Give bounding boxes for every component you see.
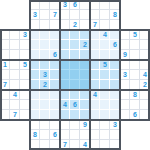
cell-r6c10[interactable] [90,50,100,60]
cell-r14c10[interactable] [90,130,100,140]
outside-area [10,120,20,130]
cell-r9c2[interactable] [10,80,20,90]
cell-r6c4[interactable] [30,50,40,60]
cell-r7c9[interactable] [80,60,90,70]
cell-r9c7[interactable] [60,80,70,90]
cell-r9c4[interactable] [30,80,40,90]
cell-r15c6[interactable] [50,140,60,150]
cell-r14c11[interactable] [100,130,110,140]
cell-r13c11[interactable] [100,120,110,130]
cell-r3c9[interactable] [80,20,90,30]
cell-r7c7[interactable] [60,60,70,70]
given-r3c10: 7 [90,20,100,30]
cell-r10c13[interactable] [120,90,130,100]
cell-r6c14[interactable] [130,50,140,60]
cell-r12c12[interactable] [110,110,120,120]
given-r12c14: 6 [130,110,140,120]
cell-r3c12[interactable] [110,20,120,30]
cell-r11c1[interactable] [0,100,10,110]
cell-r10c3[interactable] [20,90,30,100]
cell-r4c2[interactable] [10,30,20,40]
cell-r6c12[interactable] [110,50,120,60]
given-r5c9: 2 [80,40,90,50]
cell-r14c8[interactable] [70,130,80,140]
cell-r8c1[interactable] [0,70,10,80]
cell-r11c14[interactable] [130,100,140,110]
cell-r8c12[interactable] [110,70,120,80]
cell-r5c14[interactable] [130,40,140,50]
cell-r13c5[interactable] [40,120,50,130]
cell-r2c11[interactable] [100,10,110,20]
outside-area [0,10,10,20]
outside-area [0,130,10,140]
cell-r9c9[interactable] [80,80,90,90]
outside-area [140,20,150,30]
given-r15c9: 4 [80,140,90,150]
given-r6c13: 9 [120,50,130,60]
cell-r6c2[interactable] [10,50,20,60]
cell-r9c11[interactable] [100,80,110,90]
cell-r4c4[interactable] [30,30,40,40]
outside-area [130,20,140,30]
given-r7c3: 5 [20,60,30,70]
given-r14c4: 8 [30,130,40,140]
cell-r14c7[interactable] [60,130,70,140]
cell-r8c10[interactable] [90,70,100,80]
given-r9c15: 2 [140,80,150,90]
outside-area [10,0,20,10]
outside-area [20,20,30,30]
cell-r5c4[interactable] [30,40,40,50]
outside-area [120,140,130,150]
cell-r7c6[interactable] [50,60,60,70]
cell-r4c6[interactable] [50,30,60,40]
cell-r5c3[interactable] [20,40,30,50]
cell-r15c8[interactable] [70,140,80,150]
given-r4c3: 3 [20,30,30,40]
cell-r5c1[interactable] [0,40,10,50]
cell-r11c13[interactable] [120,100,130,110]
cell-r8c6[interactable] [50,70,60,80]
cell-r1c9[interactable] [80,0,90,10]
outside-area [140,120,150,130]
given-r4c14: 5 [130,30,140,40]
cell-r10c15[interactable] [140,90,150,100]
outside-area [10,140,20,150]
cell-r3c11[interactable] [100,20,110,30]
sudoku-board: 363782734526691553347224484676938674 [0,0,150,150]
given-r2c6: 7 [50,10,60,20]
cell-r3c6[interactable] [50,20,60,30]
cell-r4c15[interactable] [140,30,150,40]
cell-r12c6[interactable] [50,110,60,120]
cell-r11c10[interactable] [90,100,100,110]
cell-r2c10[interactable] [90,10,100,20]
given-r12c2: 7 [10,110,20,120]
cell-r9c10[interactable] [90,80,100,90]
cell-r8c3[interactable] [20,70,30,80]
cell-r15c12[interactable] [110,140,120,150]
cell-r2c8[interactable] [70,10,80,20]
cell-r1c6[interactable] [50,0,60,10]
outside-area [120,10,130,20]
cell-r6c1[interactable] [0,50,10,60]
given-r9c5: 2 [40,80,50,90]
cell-r12c4[interactable] [30,110,40,120]
given-r7c1: 1 [0,60,10,70]
cell-r2c5[interactable] [40,10,50,20]
outside-area [140,140,150,150]
cell-r9c12[interactable] [110,80,120,90]
cell-r10c12[interactable] [110,90,120,100]
cell-r10c9[interactable] [80,90,90,100]
given-r1c8: 6 [70,0,80,10]
given-r2c12: 8 [110,10,120,20]
cell-r12c8[interactable] [70,110,80,120]
outside-area [120,0,130,10]
cell-r5c13[interactable] [120,40,130,50]
cell-r9c8[interactable] [70,80,80,90]
given-r10c2: 4 [10,90,20,100]
outside-area [130,10,140,20]
given-r10c14: 8 [130,90,140,100]
cell-r6c3[interactable] [20,50,30,60]
cell-r4c10[interactable] [90,30,100,40]
given-r11c7: 4 [60,100,70,110]
outside-area [140,130,150,140]
cell-r6c9[interactable] [80,50,90,60]
cell-r14c5[interactable] [40,130,50,140]
cell-r5c5[interactable] [40,40,50,50]
given-r7c11: 5 [100,60,110,70]
outside-area [0,20,10,30]
cell-r11c11[interactable] [100,100,110,110]
given-r2c4: 3 [30,10,40,20]
cell-r5c11[interactable] [100,40,110,50]
given-r13c12: 3 [110,120,120,130]
cell-r10c4[interactable] [30,90,40,100]
cell-r13c4[interactable] [30,120,40,130]
cell-r12c1[interactable] [0,110,10,120]
given-r9c1: 7 [0,80,10,90]
cell-r6c11[interactable] [100,50,110,60]
cell-r1c10[interactable] [90,0,100,10]
cell-r4c8[interactable] [70,30,80,40]
cell-r12c15[interactable] [140,110,150,120]
cell-r5c10[interactable] [90,40,100,50]
given-r10c10: 4 [90,90,100,100]
outside-area [140,10,150,20]
cell-r9c6[interactable] [50,80,60,90]
cell-r4c7[interactable] [60,30,70,40]
given-r4c11: 4 [100,30,110,40]
outside-area [10,20,20,30]
cell-r11c15[interactable] [140,100,150,110]
cell-r6c15[interactable] [140,50,150,60]
cell-r12c3[interactable] [20,110,30,120]
cell-r4c13[interactable] [120,30,130,40]
given-r8c5: 3 [40,70,50,80]
cell-r4c1[interactable] [0,30,10,40]
cell-r5c6[interactable] [50,40,60,50]
cell-r11c12[interactable] [110,100,120,110]
cell-r2c9[interactable] [80,10,90,20]
cell-r8c8[interactable] [70,70,80,80]
cell-r10c1[interactable] [0,90,10,100]
cell-r6c8[interactable] [70,50,80,60]
cell-r11c5[interactable] [40,100,50,110]
given-r14c6: 6 [50,130,60,140]
cell-r8c11[interactable] [100,70,110,80]
cell-r3c4[interactable] [30,20,40,30]
given-r6c6: 6 [50,50,60,60]
cell-r15c10[interactable] [90,140,100,150]
cell-r5c7[interactable] [60,40,70,50]
cell-r8c7[interactable] [60,70,70,80]
cell-r10c5[interactable] [40,90,50,100]
cell-r1c11[interactable] [100,0,110,10]
outside-area [0,120,10,130]
outside-area [130,0,140,10]
outside-area [140,0,150,10]
cell-r10c7[interactable] [60,90,70,100]
cell-r8c9[interactable] [80,70,90,80]
cell-r4c5[interactable] [40,30,50,40]
cell-r5c15[interactable] [140,40,150,50]
cell-r11c6[interactable] [50,100,60,110]
cell-r7c14[interactable] [130,60,140,70]
given-r1c7: 3 [60,0,70,10]
cell-r14c12[interactable] [110,130,120,140]
outside-area [130,130,140,140]
cell-r6c7[interactable] [60,50,70,60]
given-r3c8: 2 [70,20,80,30]
outside-area [20,0,30,10]
outside-area [130,140,140,150]
cell-r7c5[interactable] [40,60,50,70]
cell-r12c9[interactable] [80,110,90,120]
outside-area [0,140,10,150]
given-r13c9: 9 [80,120,90,130]
cell-r5c2[interactable] [10,40,20,50]
cell-r9c14[interactable] [130,80,140,90]
cell-r14c9[interactable] [80,130,90,140]
cell-r15c4[interactable] [30,140,40,150]
cell-r11c9[interactable] [80,100,90,110]
cell-r3c5[interactable] [40,20,50,30]
cell-r10c8[interactable] [70,90,80,100]
cell-r12c10[interactable] [90,110,100,120]
cell-r7c12[interactable] [110,60,120,70]
cell-r13c10[interactable] [90,120,100,130]
cell-r11c2[interactable] [10,100,20,110]
outside-area [10,130,20,140]
cell-r4c9[interactable] [80,30,90,40]
cell-r8c4[interactable] [30,70,40,80]
cell-r7c8[interactable] [70,60,80,70]
cell-r4c12[interactable] [110,30,120,40]
cell-r1c12[interactable] [110,0,120,10]
cell-r9c13[interactable] [120,80,130,90]
cell-r13c8[interactable] [70,120,80,130]
cell-r10c11[interactable] [100,90,110,100]
cell-r11c4[interactable] [30,100,40,110]
puzzle-page: 363782734526691553347224484676938674 [0,0,150,150]
cell-r10c6[interactable] [50,90,60,100]
outside-area [0,0,10,10]
outside-area [120,130,130,140]
given-r5c12: 6 [110,40,120,50]
cell-r7c4[interactable] [30,60,40,70]
cell-r15c5[interactable] [40,140,50,150]
cell-r1c4[interactable] [30,0,40,10]
given-r15c7: 7 [60,140,70,150]
cell-r8c14[interactable] [130,70,140,80]
outside-area [10,10,20,20]
cell-r7c10[interactable] [90,60,100,70]
outside-area [20,140,30,150]
cell-r15c11[interactable] [100,140,110,150]
cell-r12c7[interactable] [60,110,70,120]
cell-r2c7[interactable] [60,10,70,20]
outside-area [120,20,130,30]
cell-r7c15[interactable] [140,60,150,70]
cell-r13c6[interactable] [50,120,60,130]
cell-r11c3[interactable] [20,100,30,110]
given-r8c13: 3 [120,70,130,80]
cell-r12c11[interactable] [100,110,110,120]
given-r8c15: 4 [140,70,150,80]
outside-area [20,130,30,140]
outside-area [20,10,30,20]
cell-r1c5[interactable] [40,0,50,10]
cell-r7c2[interactable] [10,60,20,70]
cell-r3c7[interactable] [60,20,70,30]
cell-r12c5[interactable] [40,110,50,120]
cell-r6c5[interactable] [40,50,50,60]
cell-r8c2[interactable] [10,70,20,80]
outside-area [20,120,30,130]
cell-r7c13[interactable] [120,60,130,70]
outside-area [130,120,140,130]
cell-r9c3[interactable] [20,80,30,90]
outside-area [120,120,130,130]
cell-r12c13[interactable] [120,110,130,120]
given-r11c8: 6 [70,100,80,110]
cell-r5c8[interactable] [70,40,80,50]
cell-r13c7[interactable] [60,120,70,130]
